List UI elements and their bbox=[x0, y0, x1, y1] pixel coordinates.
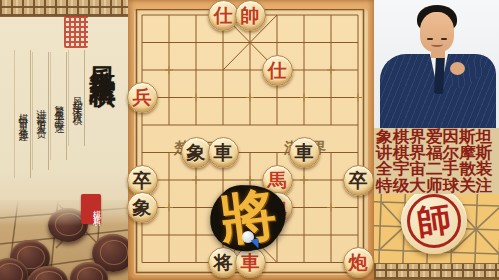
board-point-7-6[interactable] bbox=[291, 166, 318, 194]
board-point-7-8[interactable] bbox=[291, 221, 318, 249]
wooden-pieces-photo bbox=[0, 200, 128, 280]
board-point-3-9[interactable] bbox=[183, 249, 210, 277]
board-point-2-6[interactable] bbox=[156, 166, 183, 194]
right-promo-panel: 象棋界爱因斯坦 讲棋界福尔摩斯 全宇宙二手散装 特级大师球关注 師 bbox=[374, 0, 499, 280]
board-point-2-1[interactable] bbox=[156, 29, 183, 57]
board-point-8-8[interactable] bbox=[318, 221, 345, 249]
show-title: 風繁講棋 bbox=[86, 46, 121, 196]
board-point-3-4[interactable] bbox=[183, 111, 210, 139]
piece-red-仕-f4r0[interactable]: 仕 bbox=[208, 0, 239, 31]
board-point-7-4[interactable] bbox=[291, 111, 318, 139]
board-point-3-8[interactable] bbox=[183, 221, 210, 249]
promo-caption-block: 象棋界爱因斯坦 讲棋界福尔摩斯 全宇宙二手散装 特级大师球关注 bbox=[374, 128, 499, 194]
board-point-8-2[interactable] bbox=[318, 56, 345, 84]
board-point-6-0[interactable] bbox=[264, 1, 291, 29]
piece-black-卒-f9r6[interactable]: 卒 bbox=[343, 165, 374, 196]
board-point-8-7[interactable] bbox=[318, 194, 345, 222]
board-point-6-5[interactable] bbox=[264, 139, 291, 167]
board-point-8-4[interactable] bbox=[318, 111, 345, 139]
promo-line-4: 特级大师球关注 bbox=[376, 178, 499, 194]
board-point-8-9[interactable] bbox=[318, 249, 345, 277]
board-point-1-0[interactable] bbox=[129, 1, 156, 29]
promo-line-3: 全宇宙二手散装 bbox=[376, 161, 499, 177]
board-point-8-6[interactable] bbox=[318, 166, 345, 194]
eye bbox=[441, 38, 447, 40]
piece-black-象-f1r7[interactable]: 象 bbox=[127, 192, 158, 223]
board-point-1-4[interactable] bbox=[129, 111, 156, 139]
board-point-3-3[interactable] bbox=[183, 84, 210, 112]
board-point-5-3[interactable] bbox=[237, 84, 264, 112]
left-calligraphy-panel: 風繁講棋 风起萍末诗入棋 繁星似子弈中迷 讲评论道万人贵 棋中日月人生趣 棋评赏… bbox=[0, 0, 128, 280]
face bbox=[420, 12, 454, 52]
board-point-1-1[interactable] bbox=[129, 29, 156, 57]
board-point-8-3[interactable] bbox=[318, 84, 345, 112]
board-point-2-4[interactable] bbox=[156, 111, 183, 139]
piece-red-仕-f6r2[interactable]: 仕 bbox=[262, 55, 293, 86]
lattice-border-bottom bbox=[374, 263, 499, 280]
board-point-5-4[interactable] bbox=[237, 111, 264, 139]
mouth bbox=[431, 42, 443, 47]
poem-line-4: 棋中日月人生趣 bbox=[14, 50, 31, 178]
lattice-border-top bbox=[0, 0, 128, 17]
poem-line-2: 繁星似子弈中迷 bbox=[50, 52, 67, 160]
poem-line-3: 讲评论道万人贵 bbox=[32, 52, 49, 170]
board-point-5-1[interactable] bbox=[237, 29, 264, 57]
board-point-1-2[interactable] bbox=[129, 56, 156, 84]
board-point-9-8[interactable] bbox=[345, 221, 372, 249]
board-point-5-5[interactable] bbox=[237, 139, 264, 167]
board-point-7-7[interactable] bbox=[291, 194, 318, 222]
piece-black-車-f4r5[interactable]: 車 bbox=[208, 137, 239, 168]
board-point-2-5[interactable] bbox=[156, 139, 183, 167]
board-point-7-0[interactable] bbox=[291, 1, 318, 29]
board-point-7-9[interactable] bbox=[291, 249, 318, 277]
board-point-6-1[interactable] bbox=[264, 29, 291, 57]
board-point-4-4[interactable] bbox=[210, 111, 237, 139]
shi-piece-graphic: 師 bbox=[401, 194, 467, 254]
commentator-photo bbox=[374, 0, 499, 128]
board-point-7-3[interactable] bbox=[291, 84, 318, 112]
xiangqi-board: 楚河 漢界 仕帥仕兵象車車卒馬卒象炮将車炮 將 bbox=[128, 0, 374, 280]
promo-line-1: 象棋界爱因斯坦 bbox=[376, 129, 499, 145]
board-point-9-1[interactable] bbox=[345, 29, 372, 57]
board-point-5-2[interactable] bbox=[237, 56, 264, 84]
board-point-2-7[interactable] bbox=[156, 194, 183, 222]
board-point-8-0[interactable] bbox=[318, 1, 345, 29]
board-point-4-3[interactable] bbox=[210, 84, 237, 112]
board-point-9-4[interactable] bbox=[345, 111, 372, 139]
piece-red-炮-f9r9[interactable]: 炮 bbox=[343, 247, 374, 278]
board-point-4-2[interactable] bbox=[210, 56, 237, 84]
board-point-9-0[interactable] bbox=[345, 1, 372, 29]
piece-black-卒-f1r6[interactable]: 卒 bbox=[127, 165, 158, 196]
board-point-3-1[interactable] bbox=[183, 29, 210, 57]
board-point-2-2[interactable] bbox=[156, 56, 183, 84]
board-point-8-5[interactable] bbox=[318, 139, 345, 167]
board-point-2-3[interactable] bbox=[156, 84, 183, 112]
board-point-9-2[interactable] bbox=[345, 56, 372, 84]
board-point-1-5[interactable] bbox=[129, 139, 156, 167]
board-point-7-1[interactable] bbox=[291, 29, 318, 57]
board-point-8-1[interactable] bbox=[318, 29, 345, 57]
board-point-6-3[interactable] bbox=[264, 84, 291, 112]
thumbnail-stage: 風繁講棋 风起萍末诗入棋 繁星似子弈中迷 讲评论道万人贵 棋中日月人生趣 棋评赏… bbox=[0, 0, 499, 280]
board-point-3-2[interactable] bbox=[183, 56, 210, 84]
board-point-6-4[interactable] bbox=[264, 111, 291, 139]
red-seal-stamp bbox=[64, 16, 88, 48]
promo-line-2: 讲棋界福尔摩斯 bbox=[376, 145, 499, 161]
piece-black-象-f3r5[interactable]: 象 bbox=[181, 137, 212, 168]
hand bbox=[450, 62, 465, 75]
board-point-9-7[interactable] bbox=[345, 194, 372, 222]
board-point-1-8[interactable] bbox=[129, 221, 156, 249]
board-point-4-1[interactable] bbox=[210, 29, 237, 57]
board-point-7-2[interactable] bbox=[291, 56, 318, 84]
board-point-1-9[interactable] bbox=[129, 249, 156, 277]
board-point-2-0[interactable] bbox=[156, 1, 183, 29]
board-point-2-9[interactable] bbox=[156, 249, 183, 277]
piece-black-車-f7r5[interactable]: 車 bbox=[289, 137, 320, 168]
board-point-3-0[interactable] bbox=[183, 1, 210, 29]
check-banner: 將 bbox=[208, 183, 288, 255]
seal-caption: 棋评赏析 bbox=[81, 194, 101, 224]
poem-line-1: 风起萍末诗入棋 bbox=[68, 50, 85, 146]
mini-board-graphic: 師 bbox=[374, 194, 499, 263]
board-point-2-8[interactable] bbox=[156, 221, 183, 249]
eye bbox=[427, 38, 433, 40]
board-point-9-5[interactable] bbox=[345, 139, 372, 167]
board-point-9-3[interactable] bbox=[345, 84, 372, 112]
check-character: 將 bbox=[204, 176, 292, 257]
piece-red-帥-f5r0[interactable]: 帥 bbox=[235, 0, 266, 31]
piece-red-兵-f1r3[interactable]: 兵 bbox=[127, 82, 158, 113]
piece-character: 師 bbox=[397, 194, 472, 258]
